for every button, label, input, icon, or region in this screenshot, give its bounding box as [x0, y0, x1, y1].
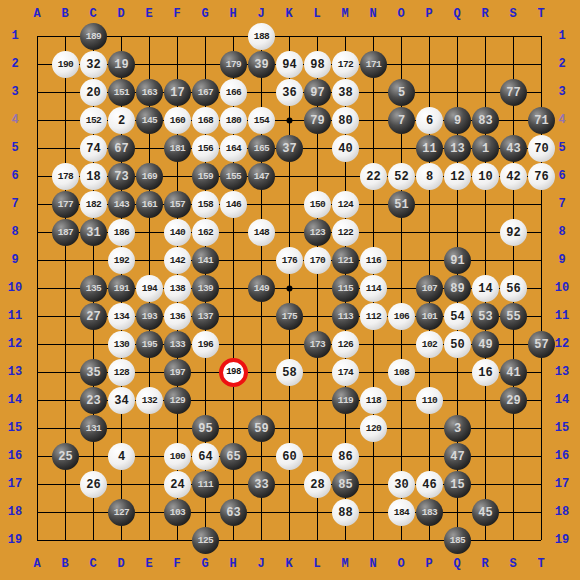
stone-H4-move-180: 180: [220, 107, 247, 134]
stone-P11-move-101: 101: [416, 303, 443, 330]
stone-G3-move-167: 167: [192, 79, 219, 106]
col-label-bottom-K: K: [285, 557, 292, 571]
stone-F11-move-136: 136: [164, 303, 191, 330]
stone-F5-move-181: 181: [164, 135, 191, 162]
stone-P10-move-107: 107: [416, 275, 443, 302]
stone-F13-move-197: 197: [164, 359, 191, 386]
row-label-right-8: 8: [558, 225, 565, 239]
row-label-left-3: 3: [11, 85, 18, 99]
row-label-right-19: 19: [555, 533, 569, 547]
stone-E10-move-194: 194: [136, 275, 163, 302]
stone-D7-move-143: 143: [108, 191, 135, 218]
stone-G7-move-158: 158: [192, 191, 219, 218]
stone-M11-move-113: 113: [332, 303, 359, 330]
stone-G8-move-162: 162: [192, 219, 219, 246]
stone-R18-move-45: 45: [472, 499, 499, 526]
stone-Q11-move-54: 54: [444, 303, 471, 330]
col-label-top-B: B: [61, 7, 68, 21]
col-label-top-M: M: [341, 7, 348, 21]
stone-D4-move-2: 2: [108, 107, 135, 134]
stone-G11-move-137: 137: [192, 303, 219, 330]
col-label-top-N: N: [369, 7, 376, 21]
stone-E14-move-132: 132: [136, 387, 163, 414]
row-label-left-16: 16: [8, 449, 22, 463]
stone-M18-move-88: 88: [332, 499, 359, 526]
col-label-bottom-T: T: [537, 557, 544, 571]
row-label-right-12: 12: [555, 337, 569, 351]
col-label-bottom-F: F: [173, 557, 180, 571]
stone-Q5-move-13: 13: [444, 135, 471, 162]
stone-L8-move-123: 123: [304, 219, 331, 246]
col-label-bottom-M: M: [341, 557, 348, 571]
stone-C17-move-26: 26: [80, 471, 107, 498]
row-label-left-10: 10: [8, 281, 22, 295]
stone-H3-move-166: 166: [220, 79, 247, 106]
stone-Q10-move-89: 89: [444, 275, 471, 302]
col-label-top-T: T: [537, 7, 544, 21]
stone-F17-move-24: 24: [164, 471, 191, 498]
stone-E4-move-145: 145: [136, 107, 163, 134]
stone-P6-move-8: 8: [416, 163, 443, 190]
stone-D8-move-186: 186: [108, 219, 135, 246]
stone-O11-move-106: 106: [388, 303, 415, 330]
stone-M12-move-126: 126: [332, 331, 359, 358]
col-label-top-E: E: [145, 7, 152, 21]
stone-L17-move-28: 28: [304, 471, 331, 498]
col-label-top-Q: Q: [453, 7, 460, 21]
stone-J8-move-148: 148: [248, 219, 275, 246]
row-label-right-13: 13: [555, 365, 569, 379]
stone-M2-move-172: 172: [332, 51, 359, 78]
stone-L2-move-98: 98: [304, 51, 331, 78]
stone-M8-move-122: 122: [332, 219, 359, 246]
row-label-left-4: 4: [11, 113, 18, 127]
stone-C14-move-23: 23: [80, 387, 107, 414]
stone-Q6-move-12: 12: [444, 163, 471, 190]
stone-M5-move-40: 40: [332, 135, 359, 162]
stone-D13-move-128: 128: [108, 359, 135, 386]
stone-D12-move-130: 130: [108, 331, 135, 358]
stone-J10-move-149: 149: [248, 275, 275, 302]
stone-K9-move-176: 176: [276, 247, 303, 274]
stone-F12-move-133: 133: [164, 331, 191, 358]
stone-D3-move-151: 151: [108, 79, 135, 106]
stone-S14-move-29: 29: [500, 387, 527, 414]
row-label-left-2: 2: [11, 57, 18, 71]
stone-R4-move-83: 83: [472, 107, 499, 134]
stone-B6-move-178: 178: [52, 163, 79, 190]
col-label-bottom-A: A: [33, 557, 40, 571]
stone-G5-move-156: 156: [192, 135, 219, 162]
stone-Q4-move-9: 9: [444, 107, 471, 134]
row-label-left-12: 12: [8, 337, 22, 351]
stone-C13-move-35: 35: [80, 359, 107, 386]
stone-J4-move-154: 154: [248, 107, 275, 134]
stone-G12-move-196: 196: [192, 331, 219, 358]
stone-R10-move-14: 14: [472, 275, 499, 302]
row-label-right-16: 16: [555, 449, 569, 463]
col-label-top-A: A: [33, 7, 40, 21]
row-label-left-8: 8: [11, 225, 18, 239]
row-label-right-15: 15: [555, 421, 569, 435]
stone-D11-move-134: 134: [108, 303, 135, 330]
col-label-top-H: H: [229, 7, 236, 21]
col-label-bottom-D: D: [117, 557, 124, 571]
stone-G9-move-141: 141: [192, 247, 219, 274]
stone-L9-move-170: 170: [304, 247, 331, 274]
stone-N15-move-120: 120: [360, 415, 387, 442]
col-label-bottom-L: L: [313, 557, 320, 571]
row-label-right-18: 18: [555, 505, 569, 519]
stone-L7-move-150: 150: [304, 191, 331, 218]
stone-R11-move-53: 53: [472, 303, 499, 330]
stone-P14-move-110: 110: [416, 387, 443, 414]
stone-H6-move-155: 155: [220, 163, 247, 190]
stone-Q16-move-47: 47: [444, 443, 471, 470]
stone-D10-move-191: 191: [108, 275, 135, 302]
stone-M13-move-174: 174: [332, 359, 359, 386]
stone-C5-move-74: 74: [80, 135, 107, 162]
stone-D16-move-4: 4: [108, 443, 135, 470]
stone-J2-move-39: 39: [248, 51, 275, 78]
stone-M3-move-38: 38: [332, 79, 359, 106]
stone-P12-move-102: 102: [416, 331, 443, 358]
row-label-right-9: 9: [558, 253, 565, 267]
row-label-left-11: 11: [8, 309, 22, 323]
stone-G10-move-139: 139: [192, 275, 219, 302]
stone-N2-move-171: 171: [360, 51, 387, 78]
stone-P4-move-6: 6: [416, 107, 443, 134]
row-label-left-17: 17: [8, 477, 22, 491]
stone-G17-move-111: 111: [192, 471, 219, 498]
stone-N9-move-116: 116: [360, 247, 387, 274]
row-label-right-1: 1: [558, 29, 565, 43]
col-label-top-D: D: [117, 7, 124, 21]
stone-O17-move-30: 30: [388, 471, 415, 498]
row-label-right-17: 17: [555, 477, 569, 491]
stone-N10-move-114: 114: [360, 275, 387, 302]
stone-G4-move-168: 168: [192, 107, 219, 134]
stone-K11-move-175: 175: [276, 303, 303, 330]
row-label-left-13: 13: [8, 365, 22, 379]
stone-R5-move-1: 1: [472, 135, 499, 162]
col-label-bottom-P: P: [425, 557, 432, 571]
stone-Q17-move-15: 15: [444, 471, 471, 498]
stone-D18-move-127: 127: [108, 499, 135, 526]
row-label-right-3: 3: [558, 85, 565, 99]
stone-F10-move-138: 138: [164, 275, 191, 302]
stone-C1-move-189: 189: [80, 23, 107, 50]
row-label-right-2: 2: [558, 57, 565, 71]
stone-F16-move-100: 100: [164, 443, 191, 470]
stone-C3-move-20: 20: [80, 79, 107, 106]
stone-C8-move-31: 31: [80, 219, 107, 246]
stone-C2-move-32: 32: [80, 51, 107, 78]
col-label-bottom-O: O: [397, 557, 404, 571]
stone-F9-move-142: 142: [164, 247, 191, 274]
stone-B8-move-187: 187: [52, 219, 79, 246]
stone-E6-move-169: 169: [136, 163, 163, 190]
stone-K5-move-37: 37: [276, 135, 303, 162]
stone-J15-move-59: 59: [248, 415, 275, 442]
stone-G16-move-64: 64: [192, 443, 219, 470]
col-label-bottom-J: J: [257, 557, 264, 571]
stone-S6-move-42: 42: [500, 163, 527, 190]
stone-E7-move-161: 161: [136, 191, 163, 218]
col-label-bottom-S: S: [509, 557, 516, 571]
stone-F14-move-129: 129: [164, 387, 191, 414]
stone-J6-move-147: 147: [248, 163, 275, 190]
col-label-top-J: J: [257, 7, 264, 21]
stone-E3-move-163: 163: [136, 79, 163, 106]
stone-O4-move-7: 7: [388, 107, 415, 134]
stone-B7-move-177: 177: [52, 191, 79, 218]
stone-O6-move-52: 52: [388, 163, 415, 190]
stone-B16-move-25: 25: [52, 443, 79, 470]
stone-L4-move-79: 79: [304, 107, 331, 134]
go-board[interactable]: ABCDEFGHJKLMNOPQRST ABCDEFGHJKLMNOPQRST …: [0, 0, 580, 580]
stone-K3-move-36: 36: [276, 79, 303, 106]
col-label-bottom-G: G: [201, 557, 208, 571]
col-label-top-P: P: [425, 7, 432, 21]
stone-F3-move-17: 17: [164, 79, 191, 106]
stone-O3-move-5: 5: [388, 79, 415, 106]
stone-Q15-move-3: 3: [444, 415, 471, 442]
row-label-right-5: 5: [558, 141, 565, 155]
stone-K2-move-94: 94: [276, 51, 303, 78]
stone-S11-move-55: 55: [500, 303, 527, 330]
row-label-left-15: 15: [8, 421, 22, 435]
stone-M4-move-80: 80: [332, 107, 359, 134]
col-label-top-K: K: [285, 7, 292, 21]
stone-F4-move-160: 160: [164, 107, 191, 134]
stone-L12-move-173: 173: [304, 331, 331, 358]
stone-S13-move-41: 41: [500, 359, 527, 386]
stone-M17-move-85: 85: [332, 471, 359, 498]
stone-S8-move-92: 92: [500, 219, 527, 246]
stone-C4-move-152: 152: [80, 107, 107, 134]
stone-F7-move-157: 157: [164, 191, 191, 218]
stone-N11-move-112: 112: [360, 303, 387, 330]
stone-G19-move-125: 125: [192, 527, 219, 554]
stone-P5-move-11: 11: [416, 135, 443, 162]
stone-D14-move-34: 34: [108, 387, 135, 414]
col-label-top-F: F: [173, 7, 180, 21]
stone-C10-move-135: 135: [80, 275, 107, 302]
stone-T5-move-70: 70: [528, 135, 555, 162]
stone-M16-move-86: 86: [332, 443, 359, 470]
col-label-top-L: L: [313, 7, 320, 21]
stone-M7-move-124: 124: [332, 191, 359, 218]
stone-T4-move-71: 71: [528, 107, 555, 134]
stone-J17-move-33: 33: [248, 471, 275, 498]
stone-R6-move-10: 10: [472, 163, 499, 190]
row-label-right-4: 4: [558, 113, 565, 127]
stone-S3-move-77: 77: [500, 79, 527, 106]
stone-T12-move-57: 57: [528, 331, 555, 358]
stone-Q9-move-91: 91: [444, 247, 471, 274]
stone-O13-move-108: 108: [388, 359, 415, 386]
row-label-right-7: 7: [558, 197, 565, 211]
stone-D2-move-19: 19: [108, 51, 135, 78]
stone-M10-move-115: 115: [332, 275, 359, 302]
stone-R13-move-16: 16: [472, 359, 499, 386]
stone-Q12-move-50: 50: [444, 331, 471, 358]
row-label-right-11: 11: [555, 309, 569, 323]
stone-H5-move-164: 164: [220, 135, 247, 162]
row-label-left-19: 19: [8, 533, 22, 547]
row-label-left-18: 18: [8, 505, 22, 519]
stone-H2-move-179: 179: [220, 51, 247, 78]
col-label-bottom-E: E: [145, 557, 152, 571]
stone-K16-move-60: 60: [276, 443, 303, 470]
stone-K13-move-58: 58: [276, 359, 303, 386]
col-label-top-O: O: [397, 7, 404, 21]
last-move-stone-H13-move-198: 198: [219, 358, 248, 387]
stone-E12-move-195: 195: [136, 331, 163, 358]
stone-C6-move-18: 18: [80, 163, 107, 190]
row-label-right-10: 10: [555, 281, 569, 295]
stone-S5-move-43: 43: [500, 135, 527, 162]
stone-C11-move-27: 27: [80, 303, 107, 330]
stone-P17-move-46: 46: [416, 471, 443, 498]
col-label-bottom-C: C: [89, 557, 96, 571]
col-label-bottom-B: B: [61, 557, 68, 571]
stone-D9-move-192: 192: [108, 247, 135, 274]
stone-T6-move-76: 76: [528, 163, 555, 190]
stone-H18-move-63: 63: [220, 499, 247, 526]
col-label-top-R: R: [481, 7, 488, 21]
stone-P18-move-183: 183: [416, 499, 443, 526]
row-label-right-14: 14: [555, 393, 569, 407]
stone-N6-move-22: 22: [360, 163, 387, 190]
stone-G15-move-95: 95: [192, 415, 219, 442]
stone-C7-move-182: 182: [80, 191, 107, 218]
stone-C15-move-131: 131: [80, 415, 107, 442]
stone-O18-move-184: 184: [388, 499, 415, 526]
col-label-bottom-Q: Q: [453, 557, 460, 571]
col-label-bottom-H: H: [229, 557, 236, 571]
stone-L3-move-97: 97: [304, 79, 331, 106]
stone-J1-move-188: 188: [248, 23, 275, 50]
stone-E11-move-193: 193: [136, 303, 163, 330]
row-label-left-9: 9: [11, 253, 18, 267]
stone-S10-move-56: 56: [500, 275, 527, 302]
col-label-bottom-R: R: [481, 557, 488, 571]
stone-F8-move-140: 140: [164, 219, 191, 246]
stone-D6-move-73: 73: [108, 163, 135, 190]
stone-F18-move-103: 103: [164, 499, 191, 526]
stone-R12-move-49: 49: [472, 331, 499, 358]
col-label-bottom-N: N: [369, 557, 376, 571]
star-point-K10: [287, 286, 293, 292]
stone-B2-move-190: 190: [52, 51, 79, 78]
row-label-left-6: 6: [11, 169, 18, 183]
col-label-top-C: C: [89, 7, 96, 21]
row-label-left-14: 14: [8, 393, 22, 407]
stone-Q19-move-185: 185: [444, 527, 471, 554]
stone-M9-move-121: 121: [332, 247, 359, 274]
stone-M14-move-119: 119: [332, 387, 359, 414]
row-label-right-6: 6: [558, 169, 565, 183]
star-point-K4: [287, 118, 293, 124]
col-label-top-S: S: [509, 7, 516, 21]
stone-J5-move-165: 165: [248, 135, 275, 162]
row-label-left-5: 5: [11, 141, 18, 155]
stone-H16-move-65: 65: [220, 443, 247, 470]
stone-H7-move-146: 146: [220, 191, 247, 218]
stone-N14-move-118: 118: [360, 387, 387, 414]
stone-D5-move-67: 67: [108, 135, 135, 162]
stone-O7-move-51: 51: [388, 191, 415, 218]
row-label-left-1: 1: [11, 29, 18, 43]
stone-G6-move-159: 159: [192, 163, 219, 190]
row-label-left-7: 7: [11, 197, 18, 211]
col-label-top-G: G: [201, 7, 208, 21]
